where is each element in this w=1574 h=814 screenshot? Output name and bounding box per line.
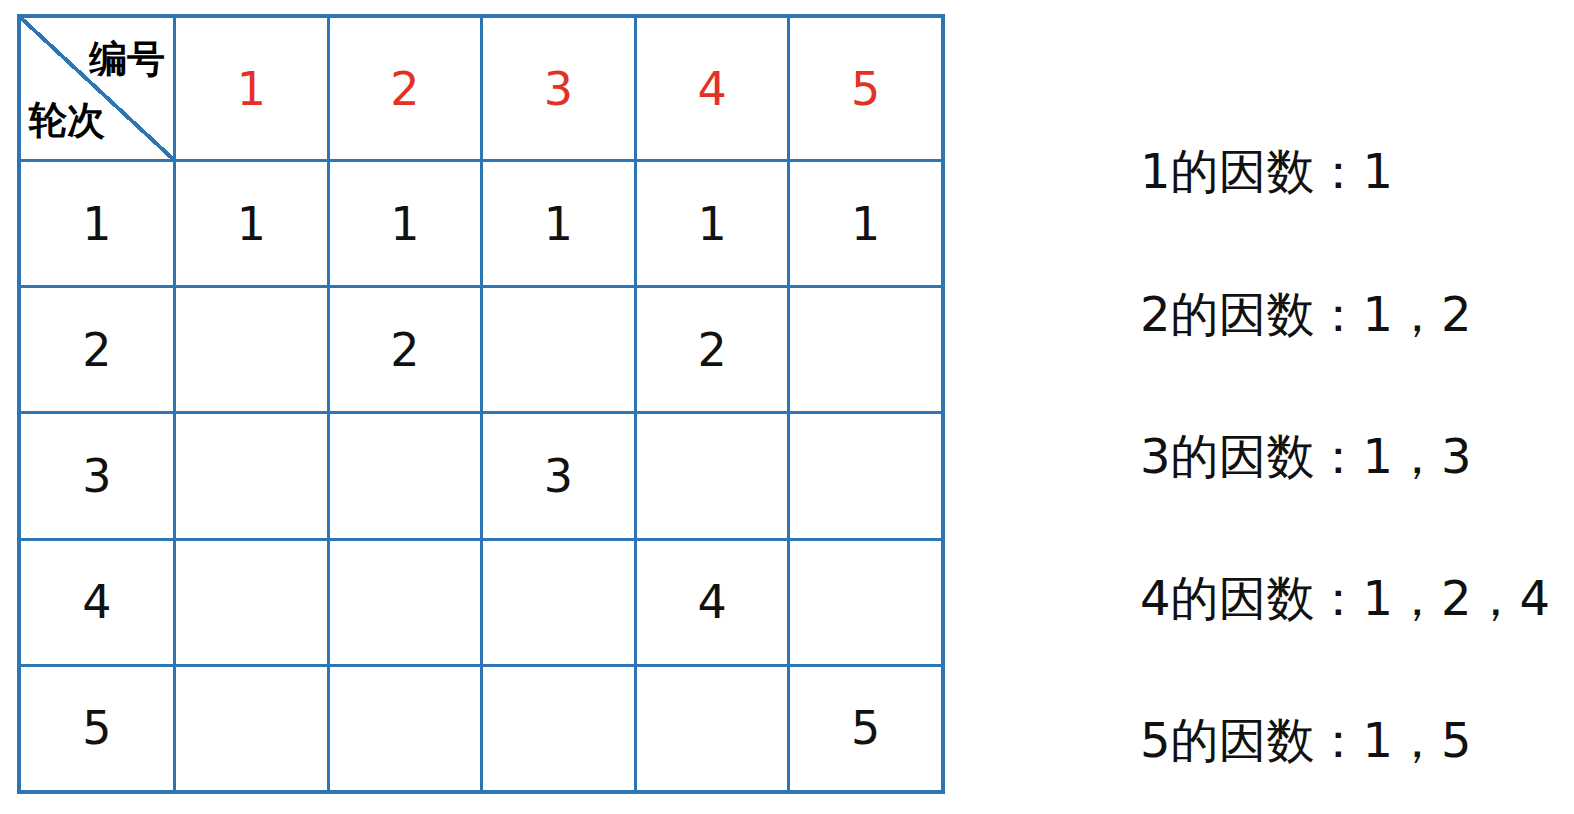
note-factors-of-2: 2的因数：1，2	[1140, 286, 1472, 342]
cell-r2-c1	[176, 288, 327, 411]
cell-r2-c2: 2	[330, 288, 481, 411]
cell-r3-c5	[790, 414, 941, 537]
cell-r3-c2	[330, 414, 481, 537]
row-header-2: 2	[21, 288, 173, 411]
cell-r4-c5	[790, 541, 941, 664]
note-factors-of-5: 5的因数：1，5	[1140, 712, 1472, 768]
cell-r1-c4: 1	[637, 162, 788, 285]
cell-r4-c3	[483, 541, 634, 664]
cell-r4-c1	[176, 541, 327, 664]
cell-r2-c3	[483, 288, 634, 411]
cell-r5-c1	[176, 667, 327, 790]
note-factors-of-1: 1的因数：1	[1140, 143, 1393, 199]
cell-r5-c4	[637, 667, 788, 790]
row-header-5: 5	[21, 667, 173, 790]
worksheet-page: 编号 轮次 1 2 3 4 5 1 1 1 1 1 1 2 2 2 3 3 4 …	[0, 0, 1574, 814]
note-factors-of-3: 3的因数：1，3	[1140, 428, 1472, 484]
row-header-3: 3	[21, 414, 173, 537]
cell-r2-c5	[790, 288, 941, 411]
factor-notes: 1的因数：1 2的因数：1，2 3的因数：1，3 4的因数：1，2，4 5的因数…	[1140, 0, 1570, 814]
cell-r1-c3: 1	[483, 162, 634, 285]
cell-r3-c1	[176, 414, 327, 537]
col-header-1: 1	[176, 18, 327, 159]
cell-r5-c3	[483, 667, 634, 790]
cell-r1-c1: 1	[176, 162, 327, 285]
cell-r1-c2: 1	[330, 162, 481, 285]
row-header-1: 1	[21, 162, 173, 285]
corner-label-round: 轮次	[29, 101, 105, 139]
cell-r5-c2	[330, 667, 481, 790]
col-header-2: 2	[330, 18, 481, 159]
cell-r5-c5: 5	[790, 667, 941, 790]
cell-r4-c2	[330, 541, 481, 664]
note-factors-of-4: 4的因数：1，2，4	[1140, 570, 1550, 626]
col-header-3: 3	[483, 18, 634, 159]
row-header-4: 4	[21, 541, 173, 664]
cell-r4-c4: 4	[637, 541, 788, 664]
col-header-5: 5	[790, 18, 941, 159]
corner-cell: 编号 轮次	[21, 18, 173, 159]
col-header-4: 4	[637, 18, 788, 159]
cell-r1-c5: 1	[790, 162, 941, 285]
cell-r3-c3: 3	[483, 414, 634, 537]
corner-label-number: 编号	[89, 40, 165, 78]
cell-r3-c4	[637, 414, 788, 537]
factor-table: 编号 轮次 1 2 3 4 5 1 1 1 1 1 1 2 2 2 3 3 4 …	[17, 14, 945, 794]
cell-r2-c4: 2	[637, 288, 788, 411]
